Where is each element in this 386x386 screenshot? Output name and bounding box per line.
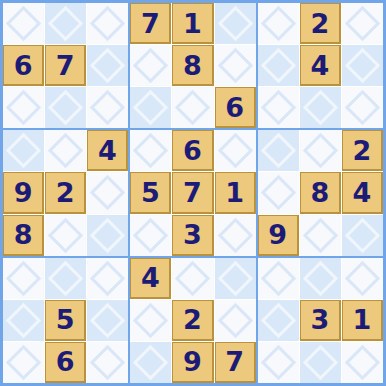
cell-r2c2: 7 <box>45 45 86 86</box>
cell-r3c7[interactable] <box>258 87 299 128</box>
sudoku-board: 67718624492865713284956429731 <box>0 0 386 386</box>
cell-r6c4[interactable] <box>130 215 171 256</box>
box-3: 24 <box>258 3 383 128</box>
cell-r2c6[interactable] <box>215 45 256 86</box>
cell-r7c2[interactable] <box>45 258 86 299</box>
box-1: 67 <box>3 3 128 128</box>
cell-r4c9: 2 <box>342 130 383 171</box>
cell-r2c9[interactable] <box>342 45 383 86</box>
cell-r8c4[interactable] <box>130 300 171 341</box>
cell-r3c5[interactable] <box>172 87 213 128</box>
cell-r2c3[interactable] <box>87 45 128 86</box>
cell-r9c8[interactable] <box>300 342 341 383</box>
cell-r3c9[interactable] <box>342 87 383 128</box>
cell-r9c9[interactable] <box>342 342 383 383</box>
cell-r9c6: 7 <box>215 342 256 383</box>
cell-r1c8: 2 <box>300 3 341 44</box>
cell-r2c1: 6 <box>3 45 44 86</box>
cell-r7c1[interactable] <box>3 258 44 299</box>
cell-r7c6[interactable] <box>215 258 256 299</box>
cell-r2c5: 8 <box>172 45 213 86</box>
cell-r6c9[interactable] <box>342 215 383 256</box>
cell-r4c2[interactable] <box>45 130 86 171</box>
box-9: 31 <box>258 258 383 383</box>
cell-r8c2: 5 <box>45 300 86 341</box>
cell-r1c9[interactable] <box>342 3 383 44</box>
cell-r1c1[interactable] <box>3 3 44 44</box>
cell-r5c8: 8 <box>300 172 341 213</box>
cell-r7c4: 4 <box>130 258 171 299</box>
cell-r3c1[interactable] <box>3 87 44 128</box>
cell-r3c3[interactable] <box>87 87 128 128</box>
cell-r5c3[interactable] <box>87 172 128 213</box>
cell-r9c5: 9 <box>172 342 213 383</box>
cell-r4c1[interactable] <box>3 130 44 171</box>
box-5: 65713 <box>130 130 255 255</box>
cell-r8c3[interactable] <box>87 300 128 341</box>
cell-r6c7: 9 <box>258 215 299 256</box>
cell-r1c7[interactable] <box>258 3 299 44</box>
cell-r8c9: 1 <box>342 300 383 341</box>
cell-r2c8: 4 <box>300 45 341 86</box>
cell-r7c9[interactable] <box>342 258 383 299</box>
cell-r3c8[interactable] <box>300 87 341 128</box>
cell-r4c4[interactable] <box>130 130 171 171</box>
cell-r4c3: 4 <box>87 130 128 171</box>
cell-r6c1: 8 <box>3 215 44 256</box>
box-4: 4928 <box>3 130 128 255</box>
cell-r4c5: 6 <box>172 130 213 171</box>
cell-r4c7[interactable] <box>258 130 299 171</box>
cell-r8c7[interactable] <box>258 300 299 341</box>
box-2: 7186 <box>130 3 255 128</box>
cell-r3c6: 6 <box>215 87 256 128</box>
box-7: 56 <box>3 258 128 383</box>
cell-r5c1: 9 <box>3 172 44 213</box>
box-8: 4297 <box>130 258 255 383</box>
cell-r5c2: 2 <box>45 172 86 213</box>
cell-r6c3[interactable] <box>87 215 128 256</box>
cell-r9c2: 6 <box>45 342 86 383</box>
cell-r6c6[interactable] <box>215 215 256 256</box>
cell-r3c2[interactable] <box>45 87 86 128</box>
cell-r5c5: 7 <box>172 172 213 213</box>
cell-r5c7[interactable] <box>258 172 299 213</box>
cell-r1c6[interactable] <box>215 3 256 44</box>
cell-r5c9: 4 <box>342 172 383 213</box>
cell-r4c6[interactable] <box>215 130 256 171</box>
cell-r1c4: 7 <box>130 3 171 44</box>
cell-r5c4: 5 <box>130 172 171 213</box>
cell-r6c2[interactable] <box>45 215 86 256</box>
cell-r1c3[interactable] <box>87 3 128 44</box>
cell-r2c4[interactable] <box>130 45 171 86</box>
cell-r1c2[interactable] <box>45 3 86 44</box>
cell-r8c1[interactable] <box>3 300 44 341</box>
cell-r7c8[interactable] <box>300 258 341 299</box>
cell-r5c6: 1 <box>215 172 256 213</box>
cell-r3c4[interactable] <box>130 87 171 128</box>
box-6: 2849 <box>258 130 383 255</box>
cell-r6c8[interactable] <box>300 215 341 256</box>
cell-r9c3[interactable] <box>87 342 128 383</box>
cell-r1c5: 1 <box>172 3 213 44</box>
cell-r8c8: 3 <box>300 300 341 341</box>
cell-r8c6[interactable] <box>215 300 256 341</box>
cell-r9c7[interactable] <box>258 342 299 383</box>
cell-r7c3[interactable] <box>87 258 128 299</box>
cell-r2c7[interactable] <box>258 45 299 86</box>
cell-r7c7[interactable] <box>258 258 299 299</box>
cell-r6c5: 3 <box>172 215 213 256</box>
cell-r4c8[interactable] <box>300 130 341 171</box>
cell-r9c4[interactable] <box>130 342 171 383</box>
cell-r7c5[interactable] <box>172 258 213 299</box>
cell-r8c5: 2 <box>172 300 213 341</box>
cell-r9c1[interactable] <box>3 342 44 383</box>
